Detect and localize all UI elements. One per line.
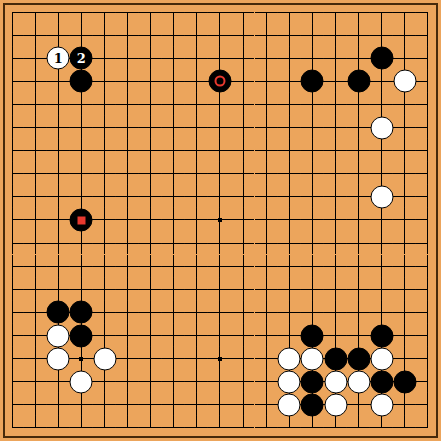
intersection[interactable]: [24, 93, 47, 116]
stone-black-D6[interactable]: [70, 301, 93, 324]
intersection[interactable]: [70, 24, 93, 47]
intersection[interactable]: [231, 416, 254, 439]
stone-white-N3[interactable]: [278, 370, 301, 393]
intersection[interactable]: [93, 93, 116, 116]
intersection[interactable]: [231, 301, 254, 324]
intersection[interactable]: [24, 70, 47, 93]
intersection[interactable]: [47, 208, 70, 231]
intersection[interactable]: [347, 301, 370, 324]
intersection[interactable]: [301, 24, 324, 47]
intersection[interactable]: [185, 116, 208, 139]
intersection[interactable]: [208, 24, 231, 47]
intersection[interactable]: [208, 185, 231, 208]
intersection[interactable]: [208, 93, 231, 116]
intersection[interactable]: [162, 116, 185, 139]
intersection[interactable]: [185, 70, 208, 93]
intersection[interactable]: [162, 347, 185, 370]
intersection[interactable]: [1, 255, 24, 278]
intersection[interactable]: [93, 278, 116, 301]
intersection[interactable]: [116, 1, 139, 24]
intersection[interactable]: [139, 231, 162, 254]
intersection[interactable]: [231, 70, 254, 93]
intersection[interactable]: [93, 185, 116, 208]
intersection[interactable]: [70, 393, 93, 416]
intersection[interactable]: [370, 278, 393, 301]
intersection[interactable]: [93, 370, 116, 393]
intersection[interactable]: [47, 185, 70, 208]
intersection[interactable]: [370, 139, 393, 162]
intersection[interactable]: [162, 1, 185, 24]
intersection[interactable]: [24, 231, 47, 254]
intersection[interactable]: [162, 208, 185, 231]
intersection[interactable]: [255, 278, 278, 301]
intersection[interactable]: [139, 70, 162, 93]
intersection[interactable]: [347, 416, 370, 439]
intersection[interactable]: [231, 139, 254, 162]
intersection[interactable]: [1, 139, 24, 162]
intersection[interactable]: [47, 393, 70, 416]
intersection[interactable]: [231, 24, 254, 47]
stone-black-K16[interactable]: [209, 70, 232, 93]
intersection[interactable]: [393, 255, 416, 278]
intersection[interactable]: [70, 278, 93, 301]
intersection[interactable]: [370, 24, 393, 47]
stone-black-O3[interactable]: [301, 370, 324, 393]
intersection[interactable]: [370, 1, 393, 24]
intersection[interactable]: [255, 370, 278, 393]
intersection[interactable]: [185, 231, 208, 254]
intersection[interactable]: [1, 185, 24, 208]
intersection[interactable]: [185, 416, 208, 439]
intersection[interactable]: [185, 1, 208, 24]
intersection[interactable]: [162, 162, 185, 185]
intersection[interactable]: [162, 70, 185, 93]
intersection[interactable]: [208, 255, 231, 278]
intersection[interactable]: [1, 393, 24, 416]
intersection[interactable]: [185, 393, 208, 416]
intersection[interactable]: [162, 393, 185, 416]
intersection[interactable]: [208, 393, 231, 416]
intersection[interactable]: [393, 93, 416, 116]
intersection[interactable]: [324, 70, 347, 93]
intersection[interactable]: [324, 116, 347, 139]
intersection[interactable]: [47, 231, 70, 254]
intersection[interactable]: [24, 278, 47, 301]
intersection[interactable]: [1, 93, 24, 116]
intersection[interactable]: [208, 116, 231, 139]
intersection[interactable]: [139, 1, 162, 24]
stone-white-O4[interactable]: [301, 347, 324, 370]
intersection[interactable]: [278, 1, 301, 24]
intersection[interactable]: [324, 301, 347, 324]
intersection[interactable]: [116, 255, 139, 278]
intersection[interactable]: [24, 370, 47, 393]
intersection[interactable]: [139, 301, 162, 324]
intersection[interactable]: [416, 255, 439, 278]
intersection[interactable]: [139, 24, 162, 47]
intersection[interactable]: [185, 139, 208, 162]
intersection[interactable]: [255, 70, 278, 93]
intersection[interactable]: [93, 416, 116, 439]
intersection[interactable]: [24, 1, 47, 24]
stone-white-N4[interactable]: [278, 347, 301, 370]
intersection[interactable]: [47, 278, 70, 301]
intersection[interactable]: [301, 208, 324, 231]
intersection[interactable]: [93, 70, 116, 93]
intersection[interactable]: [116, 370, 139, 393]
intersection[interactable]: [47, 162, 70, 185]
stone-black-O2[interactable]: [301, 393, 324, 416]
intersection[interactable]: [255, 1, 278, 24]
intersection[interactable]: [24, 416, 47, 439]
intersection[interactable]: [1, 70, 24, 93]
intersection[interactable]: [93, 162, 116, 185]
intersection[interactable]: [393, 24, 416, 47]
intersection[interactable]: [324, 47, 347, 70]
intersection[interactable]: [393, 1, 416, 24]
intersection[interactable]: [139, 347, 162, 370]
intersection[interactable]: [162, 324, 185, 347]
intersection[interactable]: [1, 47, 24, 70]
intersection[interactable]: [231, 116, 254, 139]
intersection[interactable]: [139, 116, 162, 139]
intersection[interactable]: [370, 208, 393, 231]
intersection[interactable]: [324, 324, 347, 347]
intersection[interactable]: [416, 24, 439, 47]
intersection[interactable]: [24, 208, 47, 231]
intersection[interactable]: [370, 301, 393, 324]
stone-white-C17[interactable]: 1: [47, 47, 70, 70]
intersection[interactable]: [47, 1, 70, 24]
intersection[interactable]: [416, 1, 439, 24]
intersection[interactable]: [93, 393, 116, 416]
intersection[interactable]: [370, 416, 393, 439]
intersection[interactable]: [231, 1, 254, 24]
intersection[interactable]: [185, 370, 208, 393]
intersection[interactable]: [70, 116, 93, 139]
stone-black-P4[interactable]: [324, 347, 347, 370]
intersection[interactable]: [231, 185, 254, 208]
intersection[interactable]: [208, 139, 231, 162]
intersection[interactable]: [255, 231, 278, 254]
intersection[interactable]: [116, 139, 139, 162]
intersection[interactable]: [278, 278, 301, 301]
intersection[interactable]: [393, 116, 416, 139]
intersection[interactable]: [393, 162, 416, 185]
stone-black-C6[interactable]: [47, 301, 70, 324]
intersection[interactable]: [208, 162, 231, 185]
intersection[interactable]: [347, 24, 370, 47]
intersection[interactable]: [278, 231, 301, 254]
intersection[interactable]: [185, 162, 208, 185]
intersection[interactable]: [347, 208, 370, 231]
intersection[interactable]: [324, 208, 347, 231]
intersection[interactable]: [24, 139, 47, 162]
stone-white-N2[interactable]: [278, 393, 301, 416]
stone-black-S3[interactable]: [393, 370, 416, 393]
intersection[interactable]: [370, 93, 393, 116]
stone-white-D3[interactable]: [70, 370, 93, 393]
intersection[interactable]: [93, 24, 116, 47]
intersection[interactable]: [255, 255, 278, 278]
intersection[interactable]: [24, 47, 47, 70]
intersection[interactable]: [47, 93, 70, 116]
stone-black-R5[interactable]: [370, 324, 393, 347]
intersection[interactable]: [255, 185, 278, 208]
intersection[interactable]: [301, 162, 324, 185]
intersection[interactable]: [255, 162, 278, 185]
intersection[interactable]: [416, 208, 439, 231]
intersection[interactable]: [416, 231, 439, 254]
intersection[interactable]: [231, 208, 254, 231]
intersection[interactable]: [116, 231, 139, 254]
intersection[interactable]: [185, 24, 208, 47]
intersection[interactable]: [347, 162, 370, 185]
intersection[interactable]: [324, 231, 347, 254]
intersection[interactable]: [301, 1, 324, 24]
intersection[interactable]: [255, 139, 278, 162]
intersection[interactable]: [139, 324, 162, 347]
intersection[interactable]: [255, 24, 278, 47]
intersection[interactable]: [278, 416, 301, 439]
intersection[interactable]: [208, 231, 231, 254]
intersection[interactable]: [255, 347, 278, 370]
intersection[interactable]: [416, 278, 439, 301]
intersection[interactable]: [255, 301, 278, 324]
intersection[interactable]: [139, 208, 162, 231]
intersection[interactable]: [208, 370, 231, 393]
intersection[interactable]: [278, 139, 301, 162]
intersection[interactable]: [324, 24, 347, 47]
intersection[interactable]: [231, 324, 254, 347]
stone-white-C4[interactable]: [47, 347, 70, 370]
intersection[interactable]: [93, 255, 116, 278]
stone-black-D17[interactable]: 2: [70, 47, 93, 70]
intersection[interactable]: [347, 231, 370, 254]
intersection[interactable]: [47, 24, 70, 47]
intersection[interactable]: [47, 116, 70, 139]
stone-black-Q16[interactable]: [347, 70, 370, 93]
intersection[interactable]: [278, 47, 301, 70]
intersection[interactable]: [70, 231, 93, 254]
intersection[interactable]: [93, 208, 116, 231]
stone-white-P2[interactable]: [324, 393, 347, 416]
intersection[interactable]: [393, 324, 416, 347]
intersection[interactable]: [208, 301, 231, 324]
intersection[interactable]: [1, 162, 24, 185]
intersection[interactable]: [231, 347, 254, 370]
intersection[interactable]: [162, 231, 185, 254]
stone-white-S16[interactable]: [393, 70, 416, 93]
intersection[interactable]: [185, 185, 208, 208]
intersection[interactable]: [185, 208, 208, 231]
intersection[interactable]: [1, 1, 24, 24]
intersection[interactable]: [24, 393, 47, 416]
intersection[interactable]: [24, 185, 47, 208]
intersection[interactable]: [416, 370, 439, 393]
intersection[interactable]: [370, 162, 393, 185]
intersection[interactable]: [139, 162, 162, 185]
intersection[interactable]: [116, 47, 139, 70]
intersection[interactable]: [370, 70, 393, 93]
intersection[interactable]: [24, 116, 47, 139]
intersection[interactable]: [70, 255, 93, 278]
stone-white-R11[interactable]: [370, 185, 393, 208]
stone-black-R3[interactable]: [370, 370, 393, 393]
stone-white-Q3[interactable]: [347, 370, 370, 393]
intersection[interactable]: [139, 185, 162, 208]
intersection[interactable]: [255, 324, 278, 347]
intersection[interactable]: [301, 93, 324, 116]
intersection[interactable]: [70, 162, 93, 185]
intersection[interactable]: [162, 24, 185, 47]
intersection[interactable]: [324, 255, 347, 278]
stone-black-Q4[interactable]: [347, 347, 370, 370]
intersection[interactable]: [1, 370, 24, 393]
intersection[interactable]: [162, 139, 185, 162]
intersection[interactable]: [116, 301, 139, 324]
intersection[interactable]: [116, 278, 139, 301]
intersection[interactable]: [1, 301, 24, 324]
intersection[interactable]: [93, 231, 116, 254]
intersection[interactable]: [1, 116, 24, 139]
stone-black-O16[interactable]: [301, 70, 324, 93]
intersection[interactable]: [116, 416, 139, 439]
intersection[interactable]: [370, 255, 393, 278]
intersection[interactable]: [24, 24, 47, 47]
intersection[interactable]: [324, 185, 347, 208]
intersection[interactable]: [278, 93, 301, 116]
intersection[interactable]: [231, 278, 254, 301]
intersection[interactable]: [301, 139, 324, 162]
intersection[interactable]: [24, 162, 47, 185]
intersection[interactable]: [231, 255, 254, 278]
intersection[interactable]: [301, 47, 324, 70]
intersection[interactable]: [301, 231, 324, 254]
intersection[interactable]: [416, 185, 439, 208]
intersection[interactable]: [1, 24, 24, 47]
intersection[interactable]: [324, 416, 347, 439]
intersection[interactable]: [24, 324, 47, 347]
intersection[interactable]: [301, 255, 324, 278]
intersection[interactable]: [255, 93, 278, 116]
intersection[interactable]: [416, 116, 439, 139]
intersection[interactable]: [162, 278, 185, 301]
intersection[interactable]: [162, 370, 185, 393]
intersection[interactable]: [208, 278, 231, 301]
intersection[interactable]: [347, 393, 370, 416]
intersection[interactable]: [208, 416, 231, 439]
intersection[interactable]: [416, 347, 439, 370]
intersection[interactable]: [231, 393, 254, 416]
stone-white-R14[interactable]: [370, 116, 393, 139]
intersection[interactable]: [1, 231, 24, 254]
intersection[interactable]: [116, 70, 139, 93]
intersection[interactable]: [139, 139, 162, 162]
intersection[interactable]: [324, 93, 347, 116]
intersection[interactable]: [347, 255, 370, 278]
intersection[interactable]: [255, 393, 278, 416]
intersection[interactable]: [231, 231, 254, 254]
stone-white-E4[interactable]: [93, 347, 116, 370]
stone-white-P3[interactable]: [324, 370, 347, 393]
intersection[interactable]: [162, 416, 185, 439]
intersection[interactable]: [139, 47, 162, 70]
intersection[interactable]: [93, 47, 116, 70]
intersection[interactable]: [116, 116, 139, 139]
intersection[interactable]: [70, 139, 93, 162]
intersection[interactable]: [93, 139, 116, 162]
intersection[interactable]: [416, 139, 439, 162]
intersection[interactable]: [93, 116, 116, 139]
intersection[interactable]: [116, 347, 139, 370]
intersection[interactable]: [301, 416, 324, 439]
intersection[interactable]: [416, 416, 439, 439]
intersection[interactable]: [324, 162, 347, 185]
intersection[interactable]: [185, 47, 208, 70]
intersection[interactable]: [24, 301, 47, 324]
intersection[interactable]: [185, 278, 208, 301]
intersection[interactable]: [139, 416, 162, 439]
stone-black-D5[interactable]: [70, 324, 93, 347]
intersection[interactable]: [162, 93, 185, 116]
intersection[interactable]: [255, 416, 278, 439]
intersection[interactable]: [24, 347, 47, 370]
intersection[interactable]: [347, 185, 370, 208]
intersection[interactable]: [208, 47, 231, 70]
intersection[interactable]: [347, 278, 370, 301]
intersection[interactable]: [347, 139, 370, 162]
intersection[interactable]: [255, 116, 278, 139]
intersection[interactable]: [162, 301, 185, 324]
intersection[interactable]: [301, 116, 324, 139]
intersection[interactable]: [231, 93, 254, 116]
intersection[interactable]: [1, 347, 24, 370]
stone-black-D10[interactable]: [70, 209, 93, 232]
intersection[interactable]: [70, 185, 93, 208]
intersection[interactable]: [231, 370, 254, 393]
intersection[interactable]: [116, 324, 139, 347]
intersection[interactable]: [116, 162, 139, 185]
stone-white-R2[interactable]: [370, 393, 393, 416]
intersection[interactable]: [185, 324, 208, 347]
intersection[interactable]: [70, 1, 93, 24]
intersection[interactable]: [347, 93, 370, 116]
intersection[interactable]: [278, 24, 301, 47]
intersection[interactable]: [70, 416, 93, 439]
intersection[interactable]: [393, 47, 416, 70]
intersection[interactable]: [301, 301, 324, 324]
intersection[interactable]: [139, 93, 162, 116]
intersection[interactable]: [93, 301, 116, 324]
intersection[interactable]: [139, 393, 162, 416]
intersection[interactable]: [255, 208, 278, 231]
intersection[interactable]: [278, 116, 301, 139]
intersection[interactable]: [162, 255, 185, 278]
intersection[interactable]: [162, 47, 185, 70]
intersection[interactable]: [139, 370, 162, 393]
intersection[interactable]: [347, 1, 370, 24]
intersection[interactable]: [47, 255, 70, 278]
intersection[interactable]: [416, 47, 439, 70]
intersection[interactable]: [416, 162, 439, 185]
intersection[interactable]: [208, 324, 231, 347]
intersection[interactable]: [393, 347, 416, 370]
intersection[interactable]: [278, 185, 301, 208]
intersection[interactable]: [416, 93, 439, 116]
intersection[interactable]: [162, 185, 185, 208]
intersection[interactable]: [93, 324, 116, 347]
